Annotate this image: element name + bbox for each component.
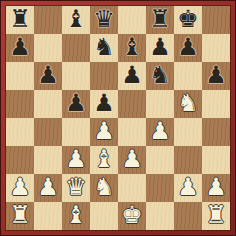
white-pawn-piece[interactable]: ♟ — [37, 175, 59, 199]
square-h2[interactable]: ♟ — [202, 174, 230, 202]
square-b6[interactable]: ♟ — [34, 62, 62, 90]
white-bishop-piece[interactable]: ♝ — [65, 203, 87, 227]
square-e8[interactable] — [118, 6, 146, 34]
white-rook-piece[interactable]: ♜ — [9, 203, 31, 227]
black-pawn-piece[interactable]: ♟ — [37, 63, 59, 87]
square-h6[interactable]: ♟ — [202, 62, 230, 90]
square-b8[interactable] — [34, 6, 62, 34]
square-a1[interactable]: ♜ — [6, 202, 34, 230]
square-d3[interactable]: ♝ — [90, 146, 118, 174]
square-f2[interactable] — [146, 174, 174, 202]
square-b3[interactable] — [34, 146, 62, 174]
square-c1[interactable]: ♝ — [62, 202, 90, 230]
white-pawn-piece[interactable]: ♟ — [177, 175, 199, 199]
square-h4[interactable] — [202, 118, 230, 146]
white-pawn-piece[interactable]: ♟ — [149, 119, 171, 143]
white-rook-piece[interactable]: ♜ — [205, 203, 227, 227]
square-d2[interactable]: ♞ — [90, 174, 118, 202]
white-pawn-piece[interactable]: ♟ — [93, 119, 115, 143]
black-knight-piece[interactable]: ♞ — [149, 63, 171, 87]
square-g1[interactable] — [174, 202, 202, 230]
square-c4[interactable] — [62, 118, 90, 146]
board-frame: ♜♝♛♜♚♟♞♝♟♟♟♟♞♟♟♟♞♟♟♟♝♟♟♟♛♞♟♟♜♝♚♜ — [0, 0, 236, 236]
black-rook-piece[interactable]: ♜ — [149, 7, 171, 31]
square-c2[interactable]: ♛ — [62, 174, 90, 202]
black-pawn-piece[interactable]: ♟ — [93, 91, 115, 115]
square-b4[interactable] — [34, 118, 62, 146]
black-pawn-piece[interactable]: ♟ — [9, 35, 31, 59]
black-pawn-piece[interactable]: ♟ — [65, 91, 87, 115]
black-queen-piece[interactable]: ♛ — [93, 7, 115, 31]
square-c8[interactable]: ♝ — [62, 6, 90, 34]
square-b1[interactable] — [34, 202, 62, 230]
square-g8[interactable]: ♚ — [174, 6, 202, 34]
black-king-piece[interactable]: ♚ — [177, 7, 199, 31]
square-g5[interactable]: ♞ — [174, 90, 202, 118]
square-b7[interactable] — [34, 34, 62, 62]
square-a6[interactable] — [6, 62, 34, 90]
square-f3[interactable] — [146, 146, 174, 174]
chess-board: ♜♝♛♜♚♟♞♝♟♟♟♟♞♟♟♟♞♟♟♟♝♟♟♟♛♞♟♟♜♝♚♜ — [6, 6, 230, 230]
square-b5[interactable] — [34, 90, 62, 118]
square-c7[interactable] — [62, 34, 90, 62]
square-g3[interactable] — [174, 146, 202, 174]
square-f7[interactable]: ♟ — [146, 34, 174, 62]
black-pawn-piece[interactable]: ♟ — [205, 63, 227, 87]
square-g7[interactable]: ♟ — [174, 34, 202, 62]
square-a7[interactable]: ♟ — [6, 34, 34, 62]
square-h1[interactable]: ♜ — [202, 202, 230, 230]
white-pawn-piece[interactable]: ♟ — [205, 175, 227, 199]
square-a2[interactable]: ♟ — [6, 174, 34, 202]
black-pawn-piece[interactable]: ♟ — [149, 35, 171, 59]
square-e6[interactable]: ♟ — [118, 62, 146, 90]
square-b2[interactable]: ♟ — [34, 174, 62, 202]
square-d5[interactable]: ♟ — [90, 90, 118, 118]
square-e7[interactable]: ♝ — [118, 34, 146, 62]
square-c6[interactable] — [62, 62, 90, 90]
square-f1[interactable] — [146, 202, 174, 230]
square-a8[interactable]: ♜ — [6, 6, 34, 34]
square-h5[interactable] — [202, 90, 230, 118]
square-g4[interactable] — [174, 118, 202, 146]
white-pawn-piece[interactable]: ♟ — [65, 147, 87, 171]
square-f5[interactable] — [146, 90, 174, 118]
white-queen-piece[interactable]: ♛ — [65, 175, 87, 199]
white-king-piece[interactable]: ♚ — [121, 203, 143, 227]
black-bishop-piece[interactable]: ♝ — [121, 35, 143, 59]
black-knight-piece[interactable]: ♞ — [93, 35, 115, 59]
white-knight-piece[interactable]: ♞ — [177, 91, 199, 115]
black-pawn-piece[interactable]: ♟ — [177, 35, 199, 59]
white-knight-piece[interactable]: ♞ — [93, 175, 115, 199]
black-pawn-piece[interactable]: ♟ — [121, 63, 143, 87]
square-d6[interactable] — [90, 62, 118, 90]
square-g6[interactable] — [174, 62, 202, 90]
square-e4[interactable] — [118, 118, 146, 146]
white-pawn-piece[interactable]: ♟ — [9, 175, 31, 199]
square-c5[interactable]: ♟ — [62, 90, 90, 118]
square-e2[interactable] — [118, 174, 146, 202]
square-a4[interactable] — [6, 118, 34, 146]
square-h3[interactable] — [202, 146, 230, 174]
square-f4[interactable]: ♟ — [146, 118, 174, 146]
square-d1[interactable] — [90, 202, 118, 230]
square-e5[interactable] — [118, 90, 146, 118]
square-h7[interactable] — [202, 34, 230, 62]
square-e1[interactable]: ♚ — [118, 202, 146, 230]
square-d8[interactable]: ♛ — [90, 6, 118, 34]
white-pawn-piece[interactable]: ♟ — [121, 147, 143, 171]
square-c3[interactable]: ♟ — [62, 146, 90, 174]
square-d7[interactable]: ♞ — [90, 34, 118, 62]
square-d4[interactable]: ♟ — [90, 118, 118, 146]
black-rook-piece[interactable]: ♜ — [9, 7, 31, 31]
black-bishop-piece[interactable]: ♝ — [65, 7, 87, 31]
square-f8[interactable]: ♜ — [146, 6, 174, 34]
square-a3[interactable] — [6, 146, 34, 174]
square-e3[interactable]: ♟ — [118, 146, 146, 174]
white-bishop-piece[interactable]: ♝ — [93, 147, 115, 171]
square-f6[interactable]: ♞ — [146, 62, 174, 90]
square-a5[interactable] — [6, 90, 34, 118]
square-h8[interactable] — [202, 6, 230, 34]
square-g2[interactable]: ♟ — [174, 174, 202, 202]
